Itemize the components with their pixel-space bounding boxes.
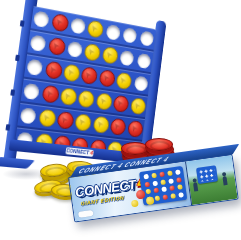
red-disc [41,84,60,103]
red-disc [113,94,130,112]
board-slot [137,26,156,50]
red-disc [81,66,99,85]
yellow-disc [78,89,96,108]
empty-slot [33,10,50,28]
box-art-dot [176,190,185,199]
empty-slot [20,107,37,124]
yellow-disc [60,87,78,106]
post-notch [5,124,10,131]
endcap-player-figure [193,182,198,191]
box-art-yellow-disc [131,200,139,208]
empty-slot [67,40,83,57]
yellow-disc [63,63,81,82]
board-logo-sticker: CONNECT4 [65,147,94,157]
box-endcap-scene [185,155,238,205]
empty-slot [106,24,121,41]
post-notch [20,20,25,27]
sticker-word: CONNECT [66,148,89,155]
yellow-disc [130,97,147,115]
red-disc [110,117,127,135]
empty-slot [27,58,44,75]
yellow-disc [116,71,133,89]
yellow-disc [38,108,57,127]
game-box: CONNECT 4 CONNECT 4 CONNECT4 GIANT EDITI… [68,154,239,223]
yellow-disc [84,42,102,61]
yellow-disc [102,45,119,64]
yellow-disc [75,113,93,132]
post-notch [15,55,20,62]
endcap-player-figure [222,176,227,185]
box-brand-blob [78,210,94,218]
yellow-disc [95,92,112,111]
red-disc [48,36,66,56]
endcap-giant-board [196,165,218,184]
board-slot [131,71,150,94]
board-slot [134,49,153,72]
empty-slot [123,27,138,44]
empty-slot [23,82,40,99]
board-slot [128,94,147,117]
yellow-disc [92,115,109,133]
empty-slot [120,49,135,65]
red-disc [98,69,115,88]
empty-slot [70,17,86,34]
empty-slot [139,30,153,46]
board-panel [15,6,156,153]
red-disc [51,12,69,32]
product-photo: CONNECT4 CONNECT 4 CONNECT 4 CONNEC [0,0,241,240]
sticker-num: 4 [90,151,94,156]
empty-slot [30,34,47,51]
board-left-foot [0,157,35,169]
empty-slot [136,52,150,68]
red-disc [56,110,74,129]
red-disc [127,119,144,137]
yellow-disc [87,19,104,38]
post-notch [10,89,15,96]
red-disc [145,138,173,151]
empty-slot [134,75,149,91]
red-disc [44,60,62,79]
